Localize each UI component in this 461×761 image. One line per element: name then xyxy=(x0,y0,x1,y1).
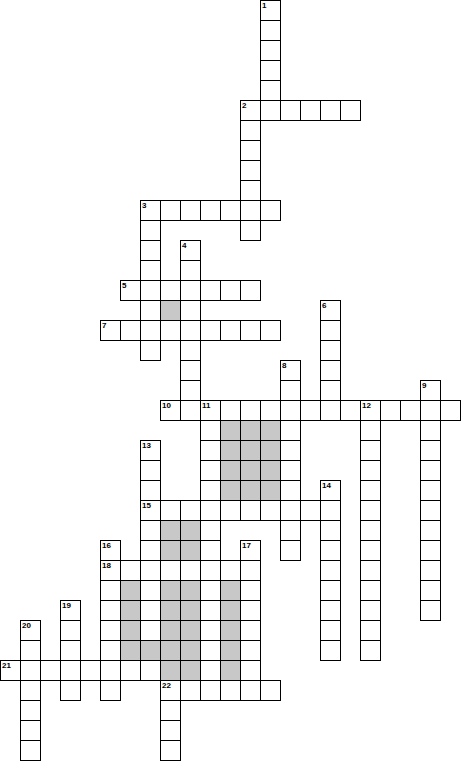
shaded-cell xyxy=(160,580,181,601)
answer-cell[interactable] xyxy=(180,340,201,361)
answer-cell[interactable] xyxy=(360,520,381,541)
answer-cell[interactable] xyxy=(160,680,181,701)
answer-cell[interactable] xyxy=(240,100,261,121)
answer-cell[interactable] xyxy=(160,200,181,221)
answer-cell[interactable] xyxy=(100,320,121,341)
answer-cell[interactable] xyxy=(360,640,381,661)
answer-cell[interactable] xyxy=(140,260,161,281)
shaded-cell xyxy=(160,540,181,561)
shaded-cell xyxy=(180,640,201,661)
answer-cell[interactable] xyxy=(220,200,241,221)
answer-cell[interactable] xyxy=(280,420,301,441)
answer-cell[interactable] xyxy=(260,680,281,701)
answer-cell[interactable] xyxy=(200,460,221,481)
answer-cell[interactable] xyxy=(180,360,201,381)
answer-cell[interactable] xyxy=(100,640,121,661)
answer-cell[interactable] xyxy=(160,280,181,301)
shaded-cell xyxy=(240,480,261,501)
answer-cell[interactable] xyxy=(280,500,301,521)
answer-cell[interactable] xyxy=(180,500,201,521)
answer-cell[interactable] xyxy=(320,620,341,641)
answer-cell[interactable] xyxy=(100,560,121,581)
answer-cell[interactable] xyxy=(280,400,301,421)
shaded-cell xyxy=(160,300,181,321)
shaded-cell xyxy=(120,600,141,621)
answer-cell[interactable] xyxy=(120,560,141,581)
answer-cell[interactable] xyxy=(200,500,221,521)
answer-cell[interactable] xyxy=(320,500,341,521)
answer-cell[interactable] xyxy=(200,400,221,421)
answer-cell[interactable] xyxy=(420,380,441,401)
answer-cell[interactable] xyxy=(180,560,201,581)
answer-cell[interactable] xyxy=(320,400,341,421)
answer-cell[interactable] xyxy=(140,280,161,301)
answer-cell[interactable] xyxy=(260,100,281,121)
shaded-cell xyxy=(220,600,241,621)
answer-cell[interactable] xyxy=(240,560,261,581)
shaded-cell xyxy=(220,620,241,641)
answer-cell[interactable] xyxy=(120,320,141,341)
answer-cell[interactable] xyxy=(20,620,41,641)
answer-cell[interactable] xyxy=(20,720,41,741)
shaded-cell xyxy=(240,440,261,461)
answer-cell[interactable] xyxy=(100,680,121,701)
shaded-cell xyxy=(220,480,241,501)
answer-cell[interactable] xyxy=(240,600,261,621)
answer-cell[interactable] xyxy=(240,320,261,341)
answer-cell[interactable] xyxy=(240,120,261,141)
answer-cell[interactable] xyxy=(240,400,261,421)
answer-cell[interactable] xyxy=(240,660,261,681)
answer-cell[interactable] xyxy=(160,560,181,581)
answer-cell[interactable] xyxy=(140,300,161,321)
answer-cell[interactable] xyxy=(60,640,81,661)
answer-cell[interactable] xyxy=(420,540,441,561)
answer-cell[interactable] xyxy=(360,580,381,601)
answer-cell[interactable] xyxy=(260,200,281,221)
answer-cell[interactable] xyxy=(160,740,181,761)
answer-cell[interactable] xyxy=(180,240,201,261)
answer-cell[interactable] xyxy=(300,100,321,121)
answer-cell[interactable] xyxy=(240,680,261,701)
answer-cell[interactable] xyxy=(140,440,161,461)
answer-cell[interactable] xyxy=(220,320,241,341)
answer-cell[interactable] xyxy=(140,340,161,361)
answer-cell[interactable] xyxy=(180,320,201,341)
answer-cell[interactable] xyxy=(420,600,441,621)
answer-cell[interactable] xyxy=(260,80,281,101)
answer-cell[interactable] xyxy=(60,620,81,641)
answer-cell[interactable] xyxy=(160,700,181,721)
answer-cell[interactable] xyxy=(420,460,441,481)
answer-cell[interactable] xyxy=(240,580,261,601)
shaded-cell xyxy=(220,580,241,601)
answer-cell[interactable] xyxy=(140,500,161,521)
answer-cell[interactable] xyxy=(200,660,221,681)
answer-cell[interactable] xyxy=(300,400,321,421)
answer-cell[interactable] xyxy=(220,560,241,581)
answer-cell[interactable] xyxy=(60,680,81,701)
answer-cell[interactable] xyxy=(360,480,381,501)
answer-cell[interactable] xyxy=(240,140,261,161)
shaded-cell xyxy=(180,520,201,541)
answer-cell[interactable] xyxy=(100,600,121,621)
shaded-cell xyxy=(220,640,241,661)
shaded-cell xyxy=(160,640,181,661)
shaded-cell xyxy=(260,440,281,461)
shaded-cell xyxy=(160,600,181,621)
answer-cell[interactable] xyxy=(200,280,221,301)
answer-cell[interactable] xyxy=(100,580,121,601)
answer-cell[interactable] xyxy=(200,620,221,641)
answer-cell[interactable] xyxy=(280,440,301,461)
shaded-cell xyxy=(220,660,241,681)
answer-cell[interactable] xyxy=(240,220,261,241)
shaded-cell xyxy=(180,620,201,641)
answer-cell[interactable] xyxy=(220,680,241,701)
answer-cell[interactable] xyxy=(20,680,41,701)
answer-cell[interactable] xyxy=(60,600,81,621)
answer-cell[interactable] xyxy=(360,460,381,481)
answer-cell[interactable] xyxy=(140,480,161,501)
answer-cell[interactable] xyxy=(320,360,341,381)
answer-cell[interactable] xyxy=(260,500,281,521)
shaded-cell xyxy=(180,600,201,621)
answer-cell[interactable] xyxy=(360,440,381,461)
answer-cell[interactable] xyxy=(220,280,241,301)
answer-cell[interactable] xyxy=(320,300,341,321)
answer-cell[interactable] xyxy=(420,480,441,501)
answer-cell[interactable] xyxy=(160,400,181,421)
answer-cell[interactable] xyxy=(320,600,341,621)
answer-cell[interactable] xyxy=(200,320,221,341)
answer-cell[interactable] xyxy=(420,420,441,441)
answer-cell[interactable] xyxy=(260,20,281,41)
answer-cell[interactable] xyxy=(280,360,301,381)
answer-cell[interactable] xyxy=(420,580,441,601)
shaded-cell xyxy=(240,460,261,481)
answer-cell[interactable] xyxy=(360,500,381,521)
answer-cell[interactable] xyxy=(340,100,361,121)
shaded-cell xyxy=(180,660,201,681)
answer-cell[interactable] xyxy=(320,340,341,361)
shaded-cell xyxy=(220,440,241,461)
answer-cell[interactable] xyxy=(200,680,221,701)
answer-cell[interactable] xyxy=(200,580,221,601)
answer-cell[interactable] xyxy=(400,400,421,421)
answer-cell[interactable] xyxy=(280,460,301,481)
shaded-cell xyxy=(180,540,201,561)
answer-cell[interactable] xyxy=(320,520,341,541)
answer-cell[interactable] xyxy=(260,40,281,61)
answer-cell[interactable] xyxy=(360,420,381,441)
shaded-cell xyxy=(260,480,281,501)
answer-cell[interactable] xyxy=(20,740,41,761)
answer-cell[interactable] xyxy=(280,480,301,501)
answer-cell[interactable] xyxy=(200,480,221,501)
answer-cell[interactable] xyxy=(160,500,181,521)
shaded-cell xyxy=(220,460,241,481)
answer-cell[interactable] xyxy=(300,500,321,521)
answer-cell[interactable] xyxy=(420,400,441,421)
shaded-cell xyxy=(140,640,161,661)
crossword-board: 12345678910111213141516171819202122 xyxy=(0,0,461,761)
answer-cell[interactable] xyxy=(60,660,81,681)
answer-cell[interactable] xyxy=(280,100,301,121)
answer-cell[interactable] xyxy=(140,540,161,561)
answer-cell[interactable] xyxy=(220,500,241,521)
shaded-cell xyxy=(160,660,181,681)
answer-cell[interactable] xyxy=(380,400,401,421)
shaded-cell xyxy=(180,580,201,601)
answer-cell[interactable] xyxy=(360,400,381,421)
shaded-cell xyxy=(240,420,261,441)
answer-cell[interactable] xyxy=(260,320,281,341)
answer-cell[interactable] xyxy=(140,600,161,621)
answer-cell[interactable] xyxy=(360,620,381,641)
answer-cell[interactable] xyxy=(140,240,161,261)
answer-cell[interactable] xyxy=(200,440,221,461)
answer-cell[interactable] xyxy=(40,660,61,681)
answer-cell[interactable] xyxy=(240,160,261,181)
answer-cell[interactable] xyxy=(140,200,161,221)
answer-cell[interactable] xyxy=(260,0,281,21)
shaded-cell xyxy=(160,520,181,541)
answer-cell[interactable] xyxy=(140,460,161,481)
answer-cell[interactable] xyxy=(20,700,41,721)
answer-cell[interactable] xyxy=(420,440,441,461)
answer-cell[interactable] xyxy=(280,520,301,541)
answer-cell[interactable] xyxy=(320,100,341,121)
answer-cell[interactable] xyxy=(180,200,201,221)
answer-cell[interactable] xyxy=(200,600,221,621)
shaded-cell xyxy=(120,620,141,641)
answer-cell[interactable] xyxy=(200,560,221,581)
answer-cell[interactable] xyxy=(200,640,221,661)
shaded-cell xyxy=(120,640,141,661)
answer-cell[interactable] xyxy=(280,540,301,561)
answer-cell[interactable] xyxy=(80,660,101,681)
answer-cell[interactable] xyxy=(120,280,141,301)
answer-cell[interactable] xyxy=(20,640,41,661)
answer-cell[interactable] xyxy=(240,620,261,641)
answer-cell[interactable] xyxy=(440,400,461,421)
answer-cell[interactable] xyxy=(100,620,121,641)
answer-cell[interactable] xyxy=(140,560,161,581)
answer-cell[interactable] xyxy=(240,200,261,221)
answer-cell[interactable] xyxy=(240,540,261,561)
answer-cell[interactable] xyxy=(100,540,121,561)
answer-cell[interactable] xyxy=(140,620,161,641)
answer-cell[interactable] xyxy=(240,180,261,201)
shaded-cell xyxy=(160,620,181,641)
shaded-cell xyxy=(260,420,281,441)
answer-cell[interactable] xyxy=(160,320,181,341)
answer-cell[interactable] xyxy=(420,560,441,581)
answer-cell[interactable] xyxy=(360,600,381,621)
shaded-cell xyxy=(220,420,241,441)
answer-cell[interactable] xyxy=(320,480,341,501)
answer-cell[interactable] xyxy=(340,400,361,421)
answer-cell[interactable] xyxy=(320,580,341,601)
answer-cell[interactable] xyxy=(240,640,261,661)
shaded-cell xyxy=(120,580,141,601)
answer-cell[interactable] xyxy=(280,380,301,401)
answer-cell[interactable] xyxy=(200,420,221,441)
answer-cell[interactable] xyxy=(180,380,201,401)
answer-cell[interactable] xyxy=(0,660,21,681)
shaded-cell xyxy=(260,460,281,481)
answer-cell[interactable] xyxy=(320,320,341,341)
answer-cell[interactable] xyxy=(240,280,261,301)
answer-cell[interactable] xyxy=(200,200,221,221)
answer-cell[interactable] xyxy=(180,300,201,321)
answer-cell[interactable] xyxy=(180,680,201,701)
answer-cell[interactable] xyxy=(420,520,441,541)
answer-cell[interactable] xyxy=(240,500,261,521)
answer-cell[interactable] xyxy=(120,660,141,681)
answer-cell[interactable] xyxy=(360,560,381,581)
answer-cell[interactable] xyxy=(220,400,241,421)
answer-cell[interactable] xyxy=(140,520,161,541)
answer-cell[interactable] xyxy=(180,280,201,301)
answer-cell[interactable] xyxy=(200,520,221,541)
answer-cell[interactable] xyxy=(360,540,381,561)
answer-cell[interactable] xyxy=(20,660,41,681)
answer-cell[interactable] xyxy=(320,560,341,581)
answer-cell[interactable] xyxy=(320,380,341,401)
answer-cell[interactable] xyxy=(180,260,201,281)
answer-cell[interactable] xyxy=(320,540,341,561)
answer-cell[interactable] xyxy=(420,500,441,521)
answer-cell[interactable] xyxy=(320,640,341,661)
answer-cell[interactable] xyxy=(140,660,161,681)
answer-cell[interactable] xyxy=(140,320,161,341)
answer-cell[interactable] xyxy=(260,400,281,421)
answer-cell[interactable] xyxy=(180,400,201,421)
answer-cell[interactable] xyxy=(160,720,181,741)
answer-cell[interactable] xyxy=(260,60,281,81)
answer-cell[interactable] xyxy=(140,220,161,241)
answer-cell[interactable] xyxy=(100,660,121,681)
answer-cell[interactable] xyxy=(200,540,221,561)
answer-cell[interactable] xyxy=(140,580,161,601)
